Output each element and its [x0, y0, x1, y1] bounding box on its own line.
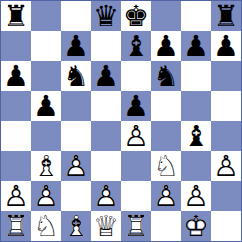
square-g5[interactable] [181, 91, 211, 121]
square-d5[interactable] [91, 91, 121, 121]
square-b3[interactable]: ♝♗ [31, 151, 61, 181]
piece-white-pawn[interactable]: ♟♙ [181, 181, 211, 211]
square-b1[interactable]: ♞♘ [31, 211, 61, 241]
piece-black-bishop[interactable]: ♝ [181, 121, 211, 151]
piece-black-bishop[interactable]: ♝ [121, 31, 151, 61]
square-d4[interactable] [91, 121, 121, 151]
square-e7[interactable]: ♝ [121, 31, 151, 61]
piece-glyph-outline: ♗ [61, 211, 91, 241]
piece-white-bishop[interactable]: ♝♗ [31, 151, 61, 181]
square-a3[interactable] [1, 151, 31, 181]
square-h4[interactable] [211, 121, 241, 151]
piece-black-pawn[interactable]: ♟ [61, 31, 91, 61]
square-f4[interactable] [151, 121, 181, 151]
piece-white-king[interactable]: ♚♔ [181, 211, 211, 241]
square-b5[interactable]: ♟ [31, 91, 61, 121]
square-f8[interactable] [151, 1, 181, 31]
piece-glyph: ♚ [121, 1, 151, 31]
square-a5[interactable] [1, 91, 31, 121]
square-a2[interactable]: ♟♙ [1, 181, 31, 211]
piece-glyph-outline: ♖ [1, 211, 31, 241]
piece-glyph: ♟ [151, 31, 181, 61]
piece-glyph: ♟ [1, 61, 31, 91]
piece-black-pawn[interactable]: ♟ [121, 91, 151, 121]
square-f5[interactable] [151, 91, 181, 121]
piece-black-pawn[interactable]: ♟ [181, 31, 211, 61]
square-h6[interactable] [211, 61, 241, 91]
piece-glyph-outline: ♙ [31, 181, 61, 211]
piece-black-rook[interactable]: ♜ [211, 1, 241, 31]
square-f7[interactable]: ♟ [151, 31, 181, 61]
piece-white-knight[interactable]: ♞♘ [151, 151, 181, 181]
piece-white-pawn[interactable]: ♟♙ [61, 151, 91, 181]
square-h5[interactable] [211, 91, 241, 121]
piece-white-pawn[interactable]: ♟♙ [1, 181, 31, 211]
square-f1[interactable] [151, 211, 181, 241]
piece-white-queen[interactable]: ♛♕ [91, 211, 121, 241]
piece-white-pawn[interactable]: ♟♙ [31, 181, 61, 211]
square-c3[interactable]: ♟♙ [61, 151, 91, 181]
piece-glyph: ♜ [1, 1, 31, 31]
piece-glyph: ♞ [151, 61, 181, 91]
piece-glyph: ♟ [211, 31, 241, 61]
piece-glyph-outline: ♙ [151, 181, 181, 211]
piece-white-bishop[interactable]: ♝♗ [61, 211, 91, 241]
square-c6[interactable]: ♞ [61, 61, 91, 91]
square-h3[interactable]: ♟♙ [211, 151, 241, 181]
piece-white-rook[interactable]: ♜♖ [1, 211, 31, 241]
square-e1[interactable]: ♜♖ [121, 211, 151, 241]
piece-black-rook[interactable]: ♜ [1, 1, 31, 31]
square-g7[interactable]: ♟ [181, 31, 211, 61]
piece-glyph-outline: ♘ [31, 211, 61, 241]
piece-glyph-outline: ♔ [181, 211, 211, 241]
piece-glyph: ♛ [91, 1, 121, 31]
square-a8[interactable]: ♜ [1, 1, 31, 31]
piece-black-pawn[interactable]: ♟ [1, 61, 31, 91]
square-f3[interactable]: ♞♘ [151, 151, 181, 181]
piece-glyph: ♞ [61, 61, 91, 91]
piece-black-pawn[interactable]: ♟ [211, 31, 241, 61]
piece-glyph-outline: ♙ [121, 121, 151, 151]
piece-glyph-outline: ♖ [121, 211, 151, 241]
piece-black-knight[interactable]: ♞ [61, 61, 91, 91]
piece-glyph-outline: ♙ [211, 151, 241, 181]
square-e4[interactable]: ♟♙ [121, 121, 151, 151]
piece-glyph: ♝ [121, 31, 151, 61]
square-e3[interactable] [121, 151, 151, 181]
piece-black-pawn[interactable]: ♟ [31, 91, 61, 121]
piece-glyph: ♟ [181, 31, 211, 61]
piece-white-pawn[interactable]: ♟♙ [91, 181, 121, 211]
piece-glyph: ♟ [91, 61, 121, 91]
piece-glyph-outline: ♗ [31, 151, 61, 181]
square-b8[interactable] [31, 1, 61, 31]
square-a7[interactable] [1, 31, 31, 61]
square-c1[interactable]: ♝♗ [61, 211, 91, 241]
square-c7[interactable]: ♟ [61, 31, 91, 61]
square-b4[interactable] [31, 121, 61, 151]
square-d6[interactable]: ♟ [91, 61, 121, 91]
piece-white-pawn[interactable]: ♟♙ [121, 121, 151, 151]
square-a6[interactable]: ♟ [1, 61, 31, 91]
piece-white-pawn[interactable]: ♟♙ [151, 181, 181, 211]
piece-glyph: ♟ [31, 91, 61, 121]
square-d8[interactable]: ♛ [91, 1, 121, 31]
square-e6[interactable] [121, 61, 151, 91]
piece-glyph-outline: ♙ [181, 181, 211, 211]
piece-white-knight[interactable]: ♞♘ [31, 211, 61, 241]
piece-glyph-outline: ♙ [61, 151, 91, 181]
piece-black-knight[interactable]: ♞ [151, 61, 181, 91]
square-c4[interactable] [61, 121, 91, 151]
square-h7[interactable]: ♟ [211, 31, 241, 61]
piece-black-pawn[interactable]: ♟ [91, 61, 121, 91]
piece-black-queen[interactable]: ♛ [91, 1, 121, 31]
square-d2[interactable]: ♟♙ [91, 181, 121, 211]
square-e8[interactable]: ♚ [121, 1, 151, 31]
square-g4[interactable]: ♝ [181, 121, 211, 151]
square-e2[interactable] [121, 181, 151, 211]
square-g6[interactable] [181, 61, 211, 91]
square-c8[interactable] [61, 1, 91, 31]
square-h8[interactable]: ♜ [211, 1, 241, 31]
square-h1[interactable] [211, 211, 241, 241]
square-a4[interactable] [1, 121, 31, 151]
piece-glyph: ♟ [61, 31, 91, 61]
square-d7[interactable] [91, 31, 121, 61]
square-a1[interactable]: ♜♖ [1, 211, 31, 241]
square-g2[interactable]: ♟♙ [181, 181, 211, 211]
piece-black-king[interactable]: ♚ [121, 1, 151, 31]
piece-glyph-outline: ♘ [151, 151, 181, 181]
square-b6[interactable] [31, 61, 61, 91]
square-b2[interactable]: ♟♙ [31, 181, 61, 211]
piece-glyph-outline: ♕ [91, 211, 121, 241]
square-f2[interactable]: ♟♙ [151, 181, 181, 211]
square-g3[interactable] [181, 151, 211, 181]
piece-glyph: ♜ [211, 1, 241, 31]
piece-glyph: ♝ [181, 121, 211, 151]
square-f6[interactable]: ♞ [151, 61, 181, 91]
square-d3[interactable] [91, 151, 121, 181]
piece-glyph: ♟ [121, 91, 151, 121]
piece-glyph-outline: ♙ [91, 181, 121, 211]
piece-black-pawn[interactable]: ♟ [151, 31, 181, 61]
piece-white-rook[interactable]: ♜♖ [121, 211, 151, 241]
square-e5[interactable]: ♟ [121, 91, 151, 121]
square-g1[interactable]: ♚♔ [181, 211, 211, 241]
square-c5[interactable] [61, 91, 91, 121]
piece-white-pawn[interactable]: ♟♙ [211, 151, 241, 181]
square-h2[interactable] [211, 181, 241, 211]
square-c2[interactable] [61, 181, 91, 211]
square-g8[interactable] [181, 1, 211, 31]
square-b7[interactable] [31, 31, 61, 61]
piece-glyph-outline: ♙ [1, 181, 31, 211]
square-d1[interactable]: ♛♕ [91, 211, 121, 241]
chess-board: ♜♛♚♜♟♝♟♟♟♟♞♟♞♟♟♟♙♝♝♗♟♙♞♘♟♙♟♙♟♙♟♙♟♙♟♙♜♖♞♘… [0, 0, 242, 242]
